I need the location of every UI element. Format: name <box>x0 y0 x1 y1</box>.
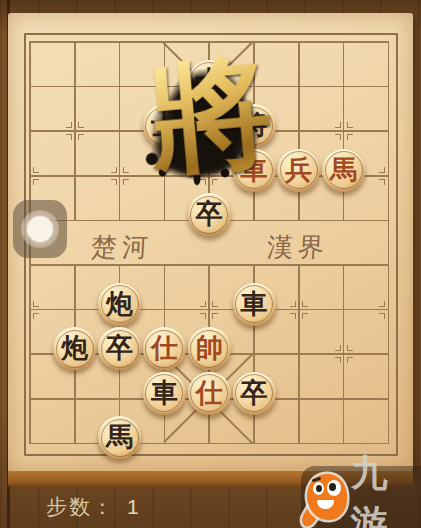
piece-glyph: 兵 <box>285 157 312 184</box>
piece-glyph: 士 <box>196 68 223 95</box>
piece-glyph: 車 <box>151 380 178 407</box>
piece-red-advisor[interactable]: 仕 <box>143 327 186 370</box>
piece-glyph: 仕 <box>151 335 178 362</box>
piece-black-advisor[interactable]: 士 <box>143 104 186 147</box>
piece-glyph: 卒 <box>241 380 268 407</box>
piece-red-soldier[interactable]: 兵 <box>277 149 320 192</box>
piece-black-general[interactable]: 將 <box>233 104 276 147</box>
piece-red-general[interactable]: 帥 <box>188 327 231 370</box>
position-marker <box>335 122 353 140</box>
piece-glyph: 卒 <box>196 201 223 228</box>
piece-black-chariot[interactable]: 車 <box>233 283 276 326</box>
assistive-touch-button[interactable] <box>13 200 67 258</box>
piece-glyph: 車 <box>241 157 268 184</box>
piece-black-cannon[interactable]: 炮 <box>98 283 141 326</box>
piece-glyph: 炮 <box>106 291 133 318</box>
step-counter: 步数：1 <box>46 493 141 521</box>
position-marker <box>21 167 39 185</box>
position-marker <box>290 301 308 319</box>
piece-black-soldier[interactable]: 卒 <box>98 327 141 370</box>
piece-glyph: 馬 <box>330 157 357 184</box>
piece-glyph: 將 <box>241 112 268 139</box>
piece-red-advisor[interactable]: 仕 <box>188 372 231 415</box>
piece-glyph: 士 <box>151 112 178 139</box>
piece-black-advisor[interactable]: 士 <box>188 60 231 103</box>
piece-black-soldier[interactable]: 卒 <box>233 372 276 415</box>
watermark: 九游 <box>300 449 421 528</box>
piece-black-soldier[interactable]: 卒 <box>188 193 231 236</box>
piece-red-chariot[interactable]: 車 <box>233 149 276 192</box>
piece-glyph: 炮 <box>61 335 88 362</box>
piece-glyph: 帥 <box>196 335 223 362</box>
piece-red-horse[interactable]: 馬 <box>322 149 365 192</box>
position-marker <box>200 301 218 319</box>
piece-glyph: 馬 <box>106 424 133 451</box>
river-label-left: 楚河 <box>81 230 163 265</box>
assistive-touch-core-icon <box>27 216 53 242</box>
piece-glyph: 卒 <box>106 335 133 362</box>
piece-black-chariot[interactable]: 車 <box>143 372 186 415</box>
position-marker <box>200 167 218 185</box>
game-screen: 楚河 漢界 士士將車兵馬卒炮車炮卒仕帥車仕卒馬 將 步数：1 九游 <box>0 0 421 528</box>
position-marker <box>379 167 397 185</box>
position-marker <box>379 301 397 319</box>
watermark-text: 九游 <box>351 449 421 528</box>
river-label-right: 漢界 <box>257 230 339 265</box>
position-marker <box>335 345 353 363</box>
step-counter-value: 1 <box>127 495 141 518</box>
assistive-touch-ring <box>21 210 59 248</box>
position-marker <box>111 167 129 185</box>
position-marker <box>21 301 39 319</box>
9game-mascot-icon <box>300 468 347 528</box>
piece-glyph: 仕 <box>196 380 223 407</box>
position-marker <box>66 122 84 140</box>
piece-glyph: 車 <box>241 291 268 318</box>
step-counter-label: 步数： <box>46 495 115 518</box>
